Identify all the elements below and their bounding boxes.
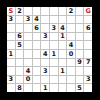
cell-r10c5[interactable]: 1 bbox=[41, 84, 49, 92]
cell-r3c6[interactable]: 3 bbox=[50, 24, 58, 32]
cell-r4c9[interactable] bbox=[76, 33, 84, 41]
cell-r9c1[interactable]: 3 bbox=[7, 76, 15, 84]
cell-r9c10[interactable]: 3 bbox=[84, 76, 92, 84]
cell-r7c6[interactable] bbox=[50, 59, 58, 67]
cell-r2c3[interactable]: 3 bbox=[24, 16, 32, 24]
cell-r1c7[interactable] bbox=[59, 7, 67, 15]
cell-r9c5[interactable] bbox=[41, 76, 49, 84]
cell-r2c2[interactable] bbox=[16, 16, 24, 24]
cell-r5c2[interactable]: 5 bbox=[16, 41, 24, 49]
cell-r5c3[interactable] bbox=[24, 41, 32, 49]
cell-r6c4[interactable] bbox=[33, 50, 41, 58]
cell-r5c4[interactable] bbox=[33, 41, 41, 49]
cell-r7c1[interactable] bbox=[7, 59, 15, 67]
cell-r10c1[interactable] bbox=[7, 84, 15, 92]
cell-r6c10[interactable] bbox=[84, 50, 92, 58]
cell-r10c7[interactable] bbox=[59, 84, 67, 92]
cell-r10c10[interactable] bbox=[84, 84, 92, 92]
cell-r2c4[interactable]: 4 bbox=[33, 16, 41, 24]
cell-r9c8[interactable] bbox=[67, 76, 75, 84]
cell-r3c8[interactable] bbox=[67, 24, 75, 32]
cell-r6c8[interactable]: 0 bbox=[67, 50, 75, 58]
black-frame: S22G334634663154141097431303815 bbox=[0, 0, 100, 100]
cell-r3c3[interactable] bbox=[24, 24, 32, 32]
cell-r10c3[interactable] bbox=[24, 84, 32, 92]
cell-r9c6[interactable] bbox=[50, 76, 58, 84]
cell-r4c3[interactable] bbox=[24, 33, 32, 41]
cell-r2c1[interactable]: 3 bbox=[7, 16, 15, 24]
cell-r7c8[interactable] bbox=[67, 59, 75, 67]
cell-r10c6[interactable] bbox=[50, 84, 58, 92]
cell-r7c5[interactable] bbox=[41, 59, 49, 67]
cell-r1c4[interactable] bbox=[33, 7, 41, 15]
cell-r7c7[interactable] bbox=[59, 59, 67, 67]
cell-r7c9[interactable]: 9 bbox=[76, 59, 84, 67]
cell-r9c2[interactable] bbox=[16, 76, 24, 84]
cell-r4c10[interactable] bbox=[84, 33, 92, 41]
cell-r3c7[interactable]: 4 bbox=[59, 24, 67, 32]
cell-r7c3[interactable] bbox=[24, 59, 32, 67]
start-cell[interactable]: S bbox=[7, 7, 15, 15]
cell-r8c5[interactable]: 3 bbox=[41, 67, 49, 75]
cell-r3c10[interactable]: 6 bbox=[84, 24, 92, 32]
cell-r5c9[interactable] bbox=[76, 41, 84, 49]
cell-r6c5[interactable]: 4 bbox=[41, 50, 49, 58]
cell-r9c9[interactable] bbox=[76, 76, 84, 84]
cell-r2c5[interactable] bbox=[41, 16, 49, 24]
cell-r4c6[interactable] bbox=[50, 33, 58, 41]
cell-r1c3[interactable] bbox=[24, 7, 32, 15]
cell-r6c3[interactable] bbox=[24, 50, 32, 58]
cell-r8c3[interactable]: 4 bbox=[24, 67, 32, 75]
cell-r5c1[interactable] bbox=[7, 41, 15, 49]
cell-r10c2[interactable]: 8 bbox=[16, 84, 24, 92]
cell-r3c5[interactable] bbox=[41, 24, 49, 32]
cell-r5c7[interactable] bbox=[59, 41, 67, 49]
cell-r1c2[interactable]: 2 bbox=[16, 7, 24, 15]
cell-r1c9[interactable] bbox=[76, 7, 84, 15]
cell-r4c2[interactable]: 6 bbox=[16, 33, 24, 41]
cell-r4c7[interactable]: 1 bbox=[59, 33, 67, 41]
cell-r7c2[interactable] bbox=[16, 59, 24, 67]
cell-r7c10[interactable]: 7 bbox=[84, 59, 92, 67]
cell-r2c6[interactable] bbox=[50, 16, 58, 24]
cell-r5c6[interactable] bbox=[50, 41, 58, 49]
cell-r6c1[interactable]: 1 bbox=[7, 50, 15, 58]
cell-r4c8[interactable] bbox=[67, 33, 75, 41]
cell-r2c7[interactable] bbox=[59, 16, 67, 24]
cell-r8c2[interactable] bbox=[16, 67, 24, 75]
cell-r8c1[interactable] bbox=[7, 67, 15, 75]
cell-r8c9[interactable] bbox=[76, 67, 84, 75]
cell-r8c8[interactable] bbox=[67, 67, 75, 75]
cell-r2c8[interactable] bbox=[67, 16, 75, 24]
cell-r9c4[interactable] bbox=[33, 76, 41, 84]
cell-r6c2[interactable] bbox=[16, 50, 24, 58]
cell-r1c5[interactable] bbox=[41, 7, 49, 15]
puzzle-board: S22G334634663154141097431303815 bbox=[7, 7, 92, 92]
cell-r10c4[interactable] bbox=[33, 84, 41, 92]
cell-r10c9[interactable]: 5 bbox=[76, 84, 84, 92]
cell-r4c4[interactable] bbox=[33, 33, 41, 41]
cell-r9c7[interactable] bbox=[59, 76, 67, 84]
cell-r3c2[interactable] bbox=[16, 24, 24, 32]
goal-cell[interactable]: G bbox=[84, 7, 92, 15]
cell-r5c5[interactable] bbox=[41, 41, 49, 49]
cell-r1c8[interactable]: 2 bbox=[67, 7, 75, 15]
cell-r3c4[interactable]: 6 bbox=[33, 24, 41, 32]
cell-r3c1[interactable] bbox=[7, 24, 15, 32]
cell-r5c8[interactable]: 4 bbox=[67, 41, 75, 49]
cell-r4c1[interactable] bbox=[7, 33, 15, 41]
cell-r3c9[interactable] bbox=[76, 24, 84, 32]
cell-r4c5[interactable]: 3 bbox=[41, 33, 49, 41]
cell-r7c4[interactable] bbox=[33, 59, 41, 67]
cell-r6c7[interactable] bbox=[59, 50, 67, 58]
cell-r8c7[interactable]: 1 bbox=[59, 67, 67, 75]
cell-r9c3[interactable]: 0 bbox=[24, 76, 32, 84]
cell-r8c10[interactable] bbox=[84, 67, 92, 75]
cell-r1c6[interactable] bbox=[50, 7, 58, 15]
cell-r8c6[interactable] bbox=[50, 67, 58, 75]
cell-r2c9[interactable] bbox=[76, 16, 84, 24]
cell-r2c10[interactable] bbox=[84, 16, 92, 24]
cell-r6c9[interactable] bbox=[76, 50, 84, 58]
cell-r8c4[interactable] bbox=[33, 67, 41, 75]
cell-r10c8[interactable] bbox=[67, 84, 75, 92]
cell-r6c6[interactable]: 1 bbox=[50, 50, 58, 58]
cell-r5c10[interactable] bbox=[84, 41, 92, 49]
